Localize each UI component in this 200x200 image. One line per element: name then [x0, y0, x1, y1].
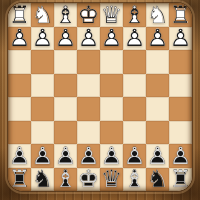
square-c6[interactable]: [123, 121, 146, 145]
square-f5[interactable]: [54, 97, 77, 121]
square-a2[interactable]: ♟♙: [169, 27, 192, 51]
white-bishop[interactable]: ♝♗: [123, 3, 146, 27]
white-rook[interactable]: ♜♖: [169, 3, 192, 27]
square-c3[interactable]: [123, 50, 146, 74]
black-queen[interactable]: ♛♕: [100, 168, 123, 192]
white-bishop[interactable]: ♝♗: [54, 3, 77, 27]
square-d4[interactable]: [100, 74, 123, 98]
square-d6[interactable]: [100, 121, 123, 145]
square-d3[interactable]: [100, 50, 123, 74]
square-g3[interactable]: [31, 50, 54, 74]
white-pawn[interactable]: ♟♙: [77, 27, 100, 51]
square-h7[interactable]: ♟♙: [8, 144, 31, 168]
square-c5[interactable]: [123, 97, 146, 121]
black-knight[interactable]: ♞♘: [146, 168, 169, 192]
square-b4[interactable]: [146, 74, 169, 98]
square-h5[interactable]: [8, 97, 31, 121]
white-pawn[interactable]: ♟♙: [169, 27, 192, 51]
white-queen[interactable]: ♛♕: [100, 3, 123, 27]
square-d2[interactable]: ♟♙: [100, 27, 123, 51]
white-pawn[interactable]: ♟♙: [100, 27, 123, 51]
chess-board: ♜♖♞♘♝♗♚♔♛♕♝♗♞♘♜♖♟♙♟♙♟♙♟♙♟♙♟♙♟♙♟♙♟♙♟♙♟♙♟♙…: [8, 3, 192, 191]
square-h6[interactable]: [8, 121, 31, 145]
square-a4[interactable]: [169, 74, 192, 98]
square-a6[interactable]: [169, 121, 192, 145]
black-pawn[interactable]: ♟♙: [8, 144, 31, 168]
square-e4[interactable]: [77, 74, 100, 98]
square-a1[interactable]: ♜♖: [169, 3, 192, 27]
black-rook[interactable]: ♜♖: [8, 168, 31, 192]
square-f1[interactable]: ♝♗: [54, 3, 77, 27]
square-c4[interactable]: [123, 74, 146, 98]
square-e1[interactable]: ♚♔: [77, 3, 100, 27]
square-a8[interactable]: ♜♖: [169, 168, 192, 192]
white-pawn[interactable]: ♟♙: [8, 27, 31, 51]
black-pawn[interactable]: ♟♙: [169, 144, 192, 168]
square-d7[interactable]: ♟♙: [100, 144, 123, 168]
square-d8[interactable]: ♛♕: [100, 168, 123, 192]
black-pawn[interactable]: ♟♙: [100, 144, 123, 168]
white-pawn[interactable]: ♟♙: [31, 27, 54, 51]
chess-app: ♜♖♞♘♝♗♚♔♛♕♝♗♞♘♜♖♟♙♟♙♟♙♟♙♟♙♟♙♟♙♟♙♟♙♟♙♟♙♟♙…: [0, 0, 200, 200]
square-e7[interactable]: ♟♙: [77, 144, 100, 168]
square-c2[interactable]: ♟♙: [123, 27, 146, 51]
square-h3[interactable]: [8, 50, 31, 74]
square-h1[interactable]: ♜♖: [8, 3, 31, 27]
square-e6[interactable]: [77, 121, 100, 145]
white-pawn[interactable]: ♟♙: [123, 27, 146, 51]
square-d1[interactable]: ♛♕: [100, 3, 123, 27]
square-d5[interactable]: [100, 97, 123, 121]
black-pawn[interactable]: ♟♙: [54, 144, 77, 168]
black-pawn[interactable]: ♟♙: [146, 144, 169, 168]
white-king[interactable]: ♚♔: [77, 3, 100, 27]
square-e2[interactable]: ♟♙: [77, 27, 100, 51]
black-pawn[interactable]: ♟♙: [123, 144, 146, 168]
square-c8[interactable]: ♝♗: [123, 168, 146, 192]
white-rook[interactable]: ♜♖: [8, 3, 31, 27]
square-b1[interactable]: ♞♘: [146, 3, 169, 27]
square-b6[interactable]: [146, 121, 169, 145]
white-pawn[interactable]: ♟♙: [146, 27, 169, 51]
white-knight[interactable]: ♞♘: [31, 3, 54, 27]
square-h2[interactable]: ♟♙: [8, 27, 31, 51]
square-a7[interactable]: ♟♙: [169, 144, 192, 168]
black-bishop[interactable]: ♝♗: [54, 168, 77, 192]
square-b3[interactable]: [146, 50, 169, 74]
white-knight[interactable]: ♞♘: [146, 3, 169, 27]
square-f3[interactable]: [54, 50, 77, 74]
square-b7[interactable]: ♟♙: [146, 144, 169, 168]
square-h4[interactable]: [8, 74, 31, 98]
square-h8[interactable]: ♜♖: [8, 168, 31, 192]
black-king[interactable]: ♚♔: [77, 168, 100, 192]
square-g5[interactable]: [31, 97, 54, 121]
square-g7[interactable]: ♟♙: [31, 144, 54, 168]
square-f2[interactable]: ♟♙: [54, 27, 77, 51]
square-g1[interactable]: ♞♘: [31, 3, 54, 27]
black-pawn[interactable]: ♟♙: [31, 144, 54, 168]
black-rook[interactable]: ♜♖: [169, 168, 192, 192]
board-grid: ♜♖♞♘♝♗♚♔♛♕♝♗♞♘♜♖♟♙♟♙♟♙♟♙♟♙♟♙♟♙♟♙♟♙♟♙♟♙♟♙…: [8, 3, 192, 191]
square-g6[interactable]: [31, 121, 54, 145]
square-f8[interactable]: ♝♗: [54, 168, 77, 192]
black-pawn[interactable]: ♟♙: [77, 144, 100, 168]
square-b2[interactable]: ♟♙: [146, 27, 169, 51]
square-f6[interactable]: [54, 121, 77, 145]
square-g4[interactable]: [31, 74, 54, 98]
square-b8[interactable]: ♞♘: [146, 168, 169, 192]
square-a3[interactable]: [169, 50, 192, 74]
square-c1[interactable]: ♝♗: [123, 3, 146, 27]
white-pawn[interactable]: ♟♙: [54, 27, 77, 51]
square-b5[interactable]: [146, 97, 169, 121]
square-g2[interactable]: ♟♙: [31, 27, 54, 51]
square-a5[interactable]: [169, 97, 192, 121]
square-e8[interactable]: ♚♔: [77, 168, 100, 192]
black-knight[interactable]: ♞♘: [31, 168, 54, 192]
square-f4[interactable]: [54, 74, 77, 98]
square-g8[interactable]: ♞♘: [31, 168, 54, 192]
square-c7[interactable]: ♟♙: [123, 144, 146, 168]
square-f7[interactable]: ♟♙: [54, 144, 77, 168]
black-bishop[interactable]: ♝♗: [123, 168, 146, 192]
square-e5[interactable]: [77, 97, 100, 121]
square-e3[interactable]: [77, 50, 100, 74]
